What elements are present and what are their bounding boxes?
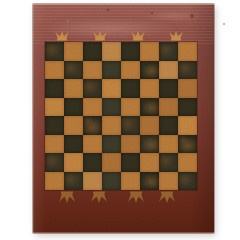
crown-icon [130,30,145,42]
board-square [159,116,178,135]
crown-motif-top [54,30,69,42]
crown-icon [90,190,108,204]
board-square [140,98,159,117]
board-grid [45,42,197,190]
board-square [121,116,140,135]
crown-icon [158,190,176,204]
board-square [159,42,178,61]
board-square [140,172,159,191]
board-square [83,172,102,191]
board-square [64,98,83,117]
board-square [102,61,121,80]
board-square [121,61,140,80]
board-square [83,42,102,61]
board-square [83,79,102,98]
board-square [140,116,159,135]
board-square [102,172,121,191]
board-square [102,153,121,172]
board-square [159,79,178,98]
board-square [121,153,140,172]
board-square [45,116,64,135]
crown-motif-bottom [127,190,145,204]
board-square [140,153,159,172]
board-square [45,42,64,61]
board-square [102,116,121,135]
board-square [178,153,197,172]
board-square [64,42,83,61]
board-square [159,135,178,154]
board-square [178,42,197,61]
board-square [45,153,64,172]
board-square [64,61,83,80]
board-square [121,172,140,191]
board-square [102,79,121,98]
board-square [178,98,197,117]
game-board [33,4,214,233]
board-square [140,135,159,154]
board-square [121,98,140,117]
board-square [159,153,178,172]
board-square [64,135,83,154]
board-square [83,61,102,80]
board-square [64,79,83,98]
board-square [178,116,197,135]
board-square [102,98,121,117]
board-square [83,116,102,135]
board-square [64,172,83,191]
crown-motif-top [130,30,145,42]
nail-holes [107,9,109,11]
board-square [45,135,64,154]
crown-motif-top [168,30,183,42]
board-square [178,135,197,154]
board-square [121,42,140,61]
board-square [140,79,159,98]
crown-icon [54,30,69,42]
board-square [64,116,83,135]
board-square [140,61,159,80]
crown-motif-bottom [158,190,176,204]
board-square [102,42,121,61]
board-square [45,61,64,80]
crown-motif-bottom [90,190,108,204]
board-square [102,135,121,154]
board-square [178,61,197,80]
crown-motif-top [92,30,107,42]
board-square [83,153,102,172]
board-square [83,135,102,154]
board-square [159,98,178,117]
board-square [45,98,64,117]
crown-icon [58,190,76,204]
board-square [178,172,197,191]
board-square [64,153,83,172]
board-square [121,79,140,98]
board-square [83,98,102,117]
crown-icon [127,190,145,204]
crown-motif-bottom [58,190,76,204]
board-square [45,79,64,98]
board-square [159,61,178,80]
board-square [121,135,140,154]
board-square [140,42,159,61]
board-square [45,172,64,191]
crown-icon [168,30,183,42]
board-square [159,172,178,191]
crown-icon [92,30,107,42]
board-square [178,79,197,98]
